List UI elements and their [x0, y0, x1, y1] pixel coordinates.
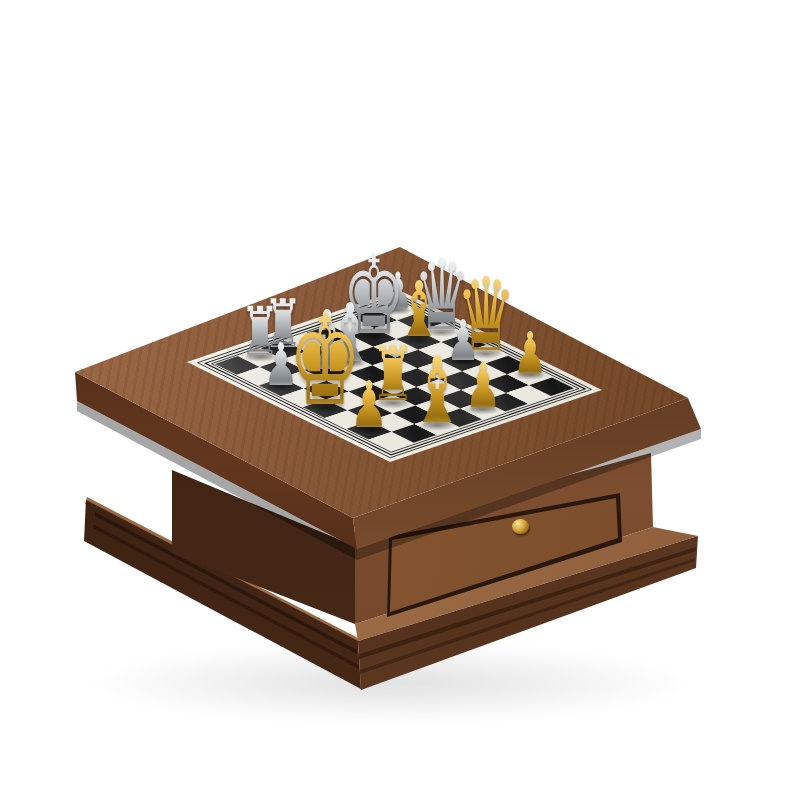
product-photo-miniature-chess-set: ♜♜♟♚♟♝♝♛♟♝♚♛♜♟♟♝♟: [0, 0, 800, 800]
drawer-knob: [512, 519, 529, 534]
